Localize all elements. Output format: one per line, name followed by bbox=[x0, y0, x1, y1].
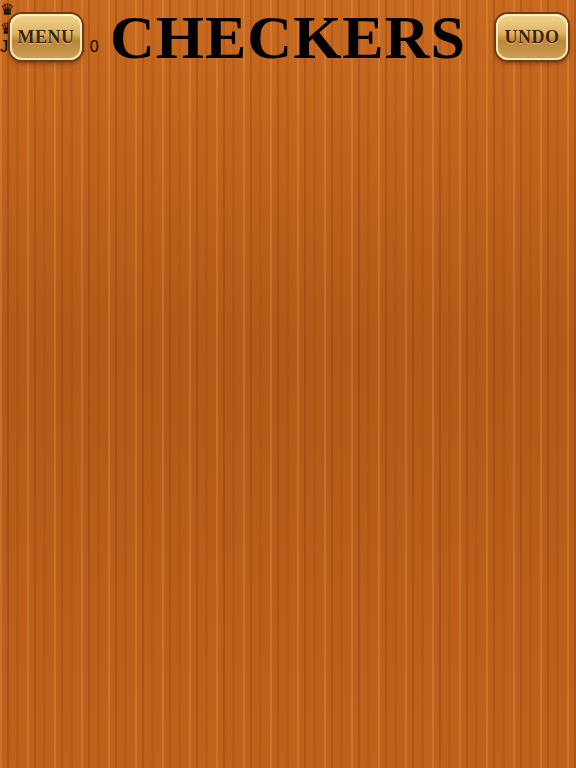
top-bar: MENU CHECKERS UNDO bbox=[0, 0, 576, 80]
app-title: CHECKERS bbox=[0, 2, 576, 73]
undo-button[interactable]: UNDO bbox=[496, 14, 568, 60]
